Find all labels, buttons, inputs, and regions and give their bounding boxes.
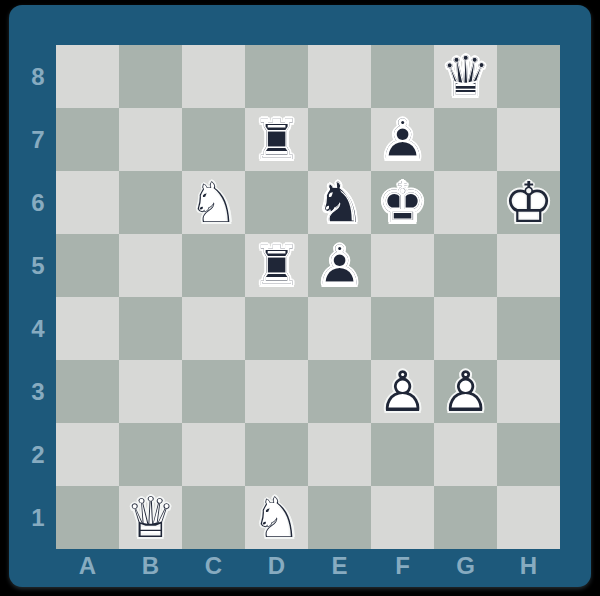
piece-glyph-outline: ♘ <box>182 171 245 234</box>
piece-glyph-outline: ♙ <box>371 108 434 171</box>
square-f7[interactable]: ♟♙ <box>371 108 434 171</box>
square-d1[interactable]: ♞♘ <box>245 486 308 549</box>
square-h6[interactable]: ♚♔ <box>497 171 560 234</box>
rank-label-3: 3 <box>23 360 53 423</box>
rank-labels: 87654321 <box>23 45 53 549</box>
square-c7[interactable] <box>182 108 245 171</box>
piece-white-knight[interactable]: ♞♘ <box>182 171 245 234</box>
file-label-c: C <box>182 551 245 581</box>
square-d8[interactable] <box>245 45 308 108</box>
rank-label-2: 2 <box>23 423 53 486</box>
square-a8[interactable] <box>56 45 119 108</box>
board-frame: 87654321 ABCDEFGH ♛♕♜♖♟♙♞♘♞♘♚♔♚♔♜♖♟♙♟♙♟♙… <box>9 5 591 587</box>
piece-white-queen[interactable]: ♛♕ <box>119 486 182 549</box>
square-g3[interactable]: ♟♙ <box>434 360 497 423</box>
square-d7[interactable]: ♜♖ <box>245 108 308 171</box>
piece-glyph-outline: ♘ <box>308 171 371 234</box>
piece-glyph-outline: ♙ <box>434 360 497 423</box>
square-f4[interactable] <box>371 297 434 360</box>
piece-glyph-outline: ♕ <box>119 486 182 549</box>
square-f1[interactable] <box>371 486 434 549</box>
square-a1[interactable] <box>56 486 119 549</box>
square-c4[interactable] <box>182 297 245 360</box>
piece-glyph-outline: ♕ <box>434 45 497 108</box>
piece-white-pawn[interactable]: ♟♙ <box>371 360 434 423</box>
piece-black-king[interactable]: ♚♔ <box>371 171 434 234</box>
piece-glyph-outline: ♖ <box>245 234 308 297</box>
rank-label-5: 5 <box>23 234 53 297</box>
square-b3[interactable] <box>119 360 182 423</box>
square-g8[interactable]: ♛♕ <box>434 45 497 108</box>
square-e2[interactable] <box>308 423 371 486</box>
square-c8[interactable] <box>182 45 245 108</box>
square-e4[interactable] <box>308 297 371 360</box>
chess-board: ♛♕♜♖♟♙♞♘♞♘♚♔♚♔♜♖♟♙♟♙♟♙♛♕♞♘ <box>56 45 560 549</box>
piece-glyph-outline: ♖ <box>245 108 308 171</box>
square-e1[interactable] <box>308 486 371 549</box>
square-d4[interactable] <box>245 297 308 360</box>
chessboard-screenshot: 87654321 ABCDEFGH ♛♕♜♖♟♙♞♘♞♘♚♔♚♔♜♖♟♙♟♙♟♙… <box>0 0 600 596</box>
square-g1[interactable] <box>434 486 497 549</box>
rank-label-1: 1 <box>23 486 53 549</box>
square-h4[interactable] <box>497 297 560 360</box>
square-g2[interactable] <box>434 423 497 486</box>
rank-label-4: 4 <box>23 297 53 360</box>
square-d5[interactable]: ♜♖ <box>245 234 308 297</box>
square-a4[interactable] <box>56 297 119 360</box>
file-label-e: E <box>308 551 371 581</box>
file-label-b: B <box>119 551 182 581</box>
square-e3[interactable] <box>308 360 371 423</box>
square-a2[interactable] <box>56 423 119 486</box>
square-b1[interactable]: ♛♕ <box>119 486 182 549</box>
rank-label-7: 7 <box>23 108 53 171</box>
piece-white-pawn[interactable]: ♟♙ <box>434 360 497 423</box>
square-g7[interactable] <box>434 108 497 171</box>
piece-glyph-outline: ♔ <box>497 171 560 234</box>
file-label-a: A <box>56 551 119 581</box>
square-a7[interactable] <box>56 108 119 171</box>
square-b4[interactable] <box>119 297 182 360</box>
square-a5[interactable] <box>56 234 119 297</box>
square-h5[interactable] <box>497 234 560 297</box>
square-f2[interactable] <box>371 423 434 486</box>
square-b6[interactable] <box>119 171 182 234</box>
piece-black-rook[interactable]: ♜♖ <box>245 108 308 171</box>
square-h1[interactable] <box>497 486 560 549</box>
rank-label-6: 6 <box>23 171 53 234</box>
square-g5[interactable] <box>434 234 497 297</box>
file-label-g: G <box>434 551 497 581</box>
piece-glyph-outline: ♙ <box>371 360 434 423</box>
square-b2[interactable] <box>119 423 182 486</box>
square-c2[interactable] <box>182 423 245 486</box>
square-e5[interactable]: ♟♙ <box>308 234 371 297</box>
square-c5[interactable] <box>182 234 245 297</box>
piece-black-knight[interactable]: ♞♘ <box>308 171 371 234</box>
piece-black-rook[interactable]: ♜♖ <box>245 234 308 297</box>
piece-white-king[interactable]: ♚♔ <box>497 171 560 234</box>
square-c3[interactable] <box>182 360 245 423</box>
square-h2[interactable] <box>497 423 560 486</box>
square-d3[interactable] <box>245 360 308 423</box>
square-f6[interactable]: ♚♔ <box>371 171 434 234</box>
file-label-f: F <box>371 551 434 581</box>
square-f3[interactable]: ♟♙ <box>371 360 434 423</box>
piece-glyph-outline: ♔ <box>371 171 434 234</box>
square-e7[interactable] <box>308 108 371 171</box>
square-b8[interactable] <box>119 45 182 108</box>
file-labels: ABCDEFGH <box>56 551 560 581</box>
square-a3[interactable] <box>56 360 119 423</box>
square-d6[interactable] <box>245 171 308 234</box>
square-b5[interactable] <box>119 234 182 297</box>
square-h7[interactable] <box>497 108 560 171</box>
piece-glyph-outline: ♙ <box>308 234 371 297</box>
square-d2[interactable] <box>245 423 308 486</box>
square-c6[interactable]: ♞♘ <box>182 171 245 234</box>
file-label-d: D <box>245 551 308 581</box>
piece-glyph-outline: ♘ <box>245 486 308 549</box>
piece-black-pawn[interactable]: ♟♙ <box>371 108 434 171</box>
rank-label-8: 8 <box>23 45 53 108</box>
square-f5[interactable] <box>371 234 434 297</box>
square-a6[interactable] <box>56 171 119 234</box>
piece-black-pawn[interactable]: ♟♙ <box>308 234 371 297</box>
square-g4[interactable] <box>434 297 497 360</box>
piece-black-queen[interactable]: ♛♕ <box>434 45 497 108</box>
piece-white-knight[interactable]: ♞♘ <box>245 486 308 549</box>
square-g6[interactable] <box>434 171 497 234</box>
square-e6[interactable]: ♞♘ <box>308 171 371 234</box>
square-f8[interactable] <box>371 45 434 108</box>
square-b7[interactable] <box>119 108 182 171</box>
square-h3[interactable] <box>497 360 560 423</box>
square-c1[interactable] <box>182 486 245 549</box>
file-label-h: H <box>497 551 560 581</box>
square-e8[interactable] <box>308 45 371 108</box>
square-h8[interactable] <box>497 45 560 108</box>
